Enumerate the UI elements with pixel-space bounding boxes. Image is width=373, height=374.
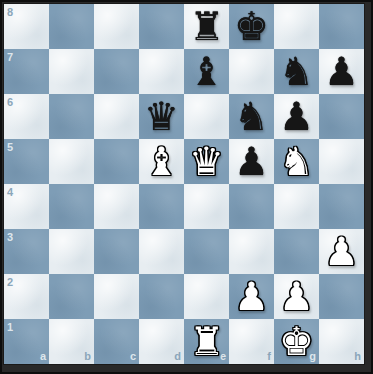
square-h6[interactable]: [319, 94, 364, 139]
square-c7[interactable]: [94, 49, 139, 94]
square-h7[interactable]: ♟: [319, 49, 364, 94]
square-f1[interactable]: f: [229, 319, 274, 364]
square-b2[interactable]: [49, 274, 94, 319]
square-e8[interactable]: ♜: [184, 4, 229, 49]
square-g6[interactable]: ♟: [274, 94, 319, 139]
piece-white-pawn[interactable]: ♟: [234, 274, 269, 319]
piece-white-pawn[interactable]: ♟: [324, 229, 359, 274]
piece-white-rook[interactable]: ♜: [189, 319, 224, 364]
file-label-c: c: [130, 351, 136, 362]
rank-label-2: 2: [7, 277, 13, 288]
square-d3[interactable]: [139, 229, 184, 274]
square-d8[interactable]: [139, 4, 184, 49]
file-label-f: f: [267, 351, 271, 362]
square-b6[interactable]: [49, 94, 94, 139]
square-c4[interactable]: [94, 184, 139, 229]
rank-label-1: 1: [7, 322, 13, 333]
square-b7[interactable]: [49, 49, 94, 94]
square-f2[interactable]: ♟: [229, 274, 274, 319]
square-e7[interactable]: ♝: [184, 49, 229, 94]
square-f8[interactable]: ♚: [229, 4, 274, 49]
file-label-d: d: [174, 351, 181, 362]
rank-label-4: 4: [7, 187, 13, 198]
square-c3[interactable]: [94, 229, 139, 274]
piece-white-king[interactable]: ♚: [279, 319, 314, 364]
square-a3[interactable]: 3: [4, 229, 49, 274]
square-a2[interactable]: 2: [4, 274, 49, 319]
piece-white-knight[interactable]: ♞: [279, 139, 314, 184]
square-d5[interactable]: ♝: [139, 139, 184, 184]
piece-black-rook[interactable]: ♜: [189, 4, 224, 49]
piece-white-queen[interactable]: ♛: [189, 139, 224, 184]
square-e6[interactable]: [184, 94, 229, 139]
square-h1[interactable]: h: [319, 319, 364, 364]
square-d1[interactable]: d: [139, 319, 184, 364]
square-d4[interactable]: [139, 184, 184, 229]
square-e3[interactable]: [184, 229, 229, 274]
square-a7[interactable]: 7: [4, 49, 49, 94]
square-b8[interactable]: [49, 4, 94, 49]
square-b3[interactable]: [49, 229, 94, 274]
square-g3[interactable]: [274, 229, 319, 274]
file-label-a: a: [40, 351, 46, 362]
square-b1[interactable]: b: [49, 319, 94, 364]
square-e2[interactable]: [184, 274, 229, 319]
square-a5[interactable]: 5: [4, 139, 49, 184]
square-h4[interactable]: [319, 184, 364, 229]
rank-label-3: 3: [7, 232, 13, 243]
rank-label-7: 7: [7, 52, 13, 63]
square-c2[interactable]: [94, 274, 139, 319]
piece-black-knight[interactable]: ♞: [279, 49, 314, 94]
piece-black-pawn[interactable]: ♟: [234, 139, 269, 184]
square-f6[interactable]: ♞: [229, 94, 274, 139]
square-d6[interactable]: ♛: [139, 94, 184, 139]
square-b4[interactable]: [49, 184, 94, 229]
file-label-h: h: [354, 351, 361, 362]
square-g5[interactable]: ♞: [274, 139, 319, 184]
square-a4[interactable]: 4: [4, 184, 49, 229]
square-g8[interactable]: [274, 4, 319, 49]
square-h2[interactable]: [319, 274, 364, 319]
square-g1[interactable]: g♚: [274, 319, 319, 364]
square-e5[interactable]: ♛: [184, 139, 229, 184]
file-label-b: b: [84, 351, 91, 362]
square-c8[interactable]: [94, 4, 139, 49]
rank-label-6: 6: [7, 97, 13, 108]
square-h8[interactable]: [319, 4, 364, 49]
square-a8[interactable]: 8: [4, 4, 49, 49]
square-f3[interactable]: [229, 229, 274, 274]
square-g7[interactable]: ♞: [274, 49, 319, 94]
square-c6[interactable]: [94, 94, 139, 139]
square-g4[interactable]: [274, 184, 319, 229]
square-a1[interactable]: 1a: [4, 319, 49, 364]
square-a6[interactable]: 6: [4, 94, 49, 139]
square-c1[interactable]: c: [94, 319, 139, 364]
piece-black-king[interactable]: ♚: [234, 4, 269, 49]
piece-black-pawn[interactable]: ♟: [324, 49, 359, 94]
square-b5[interactable]: [49, 139, 94, 184]
piece-black-queen[interactable]: ♛: [144, 94, 179, 139]
piece-white-pawn[interactable]: ♟: [279, 274, 314, 319]
square-e1[interactable]: e♜: [184, 319, 229, 364]
rank-label-8: 8: [7, 7, 13, 18]
square-g2[interactable]: ♟: [274, 274, 319, 319]
square-h5[interactable]: [319, 139, 364, 184]
piece-black-knight[interactable]: ♞: [234, 94, 269, 139]
square-d7[interactable]: [139, 49, 184, 94]
square-f7[interactable]: [229, 49, 274, 94]
square-e4[interactable]: [184, 184, 229, 229]
piece-white-bishop[interactable]: ♝: [144, 139, 179, 184]
rank-label-5: 5: [7, 142, 13, 153]
square-d2[interactable]: [139, 274, 184, 319]
square-h3[interactable]: ♟: [319, 229, 364, 274]
square-f5[interactable]: ♟: [229, 139, 274, 184]
piece-black-pawn[interactable]: ♟: [279, 94, 314, 139]
chess-board: 8♜♚7♝♞♟6♛♞♟5♝♛♟♞43♟2♟♟1abcde♜fg♚h: [4, 4, 364, 364]
board-frame: 8♜♚7♝♞♟6♛♞♟5♝♛♟♞43♟2♟♟1abcde♜fg♚h: [0, 0, 373, 374]
square-f4[interactable]: [229, 184, 274, 229]
square-c5[interactable]: [94, 139, 139, 184]
piece-black-bishop[interactable]: ♝: [189, 49, 224, 94]
